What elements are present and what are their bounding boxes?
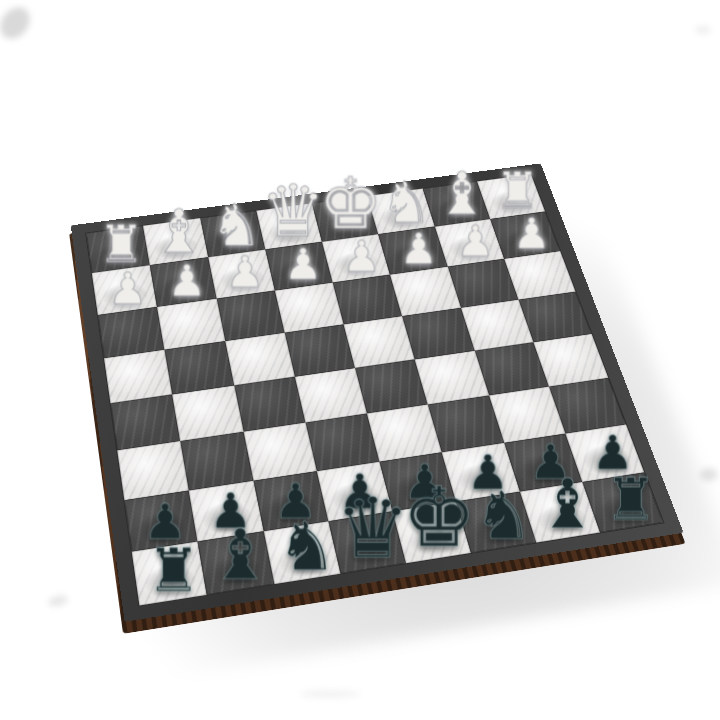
- white-pawn: ♟: [513, 214, 551, 254]
- white-pawn: ♟: [342, 237, 381, 278]
- white-knight: ♞: [381, 176, 432, 230]
- background-smudge: [47, 594, 69, 609]
- square-r2c7: [504, 251, 576, 300]
- white-pawn: ♟: [456, 221, 494, 262]
- white-pawn: ♟: [167, 260, 206, 301]
- chess-board: ♜♝♞♛♚♞♝♜♟♟♟♟♟♟♟♟♟♟♟♟♟♟♟♟♜♝♞♛♚♞♝♜: [71, 163, 684, 621]
- white-pawn: ♟: [226, 252, 265, 293]
- white-bishop: ♝: [152, 204, 206, 261]
- square-r5c0: [117, 441, 189, 500]
- black-rook: ♜: [146, 542, 200, 599]
- square-r1c7: ♟: [490, 212, 560, 259]
- square-r5c6: [489, 387, 565, 443]
- square-r5c1: [180, 432, 253, 490]
- square-r2c4: [333, 274, 403, 324]
- square-r3c7: [518, 291, 591, 342]
- white-pawn: ♟: [399, 229, 437, 270]
- square-r1c1: ♟: [150, 257, 216, 306]
- square-r4c3: [295, 368, 367, 423]
- square-r7c2: ♞: [263, 521, 340, 584]
- background-smudge: [300, 690, 360, 698]
- square-r4c2: [234, 377, 306, 432]
- white-knight: ♞: [211, 198, 263, 253]
- square-r7c1: ♝: [198, 531, 274, 595]
- square-r4c7: [533, 334, 608, 387]
- background-smudge: [700, 468, 718, 481]
- background-smudge: [695, 26, 711, 34]
- white-pawn: ♟: [284, 245, 323, 286]
- square-r3c1: [165, 341, 234, 394]
- square-r3c3: [284, 324, 355, 376]
- black-pawn: ♟: [529, 441, 572, 486]
- square-r2c1: [157, 298, 225, 349]
- square-r2c0: [98, 307, 165, 359]
- black-pawn: ♟: [339, 470, 382, 516]
- black-pawn: ♟: [274, 479, 317, 525]
- square-r2c3: [275, 282, 344, 332]
- black-knight: ♞: [277, 514, 337, 578]
- square-r7c0: ♜: [132, 541, 207, 605]
- black-pawn: ♟: [209, 489, 253, 535]
- black-pawn: ♟: [466, 450, 509, 495]
- white-rook: ♜: [495, 167, 540, 215]
- black-pawn: ♟: [403, 460, 446, 506]
- white-rook: ♜: [98, 220, 144, 269]
- white-bishop: ♝: [436, 167, 489, 223]
- square-r3c2: [225, 333, 295, 386]
- background-smudge: [0, 2, 36, 45]
- photo-scene: ♜♝♞♛♚♞♝♜♟♟♟♟♟♟♟♟♟♟♟♟♟♟♟♟♜♝♞♛♚♞♝♜: [0, 0, 720, 720]
- white-pawn: ♟: [108, 268, 147, 310]
- black-rook: ♜: [605, 472, 657, 527]
- square-r3c4: [344, 316, 415, 368]
- square-r5c5: [428, 396, 504, 452]
- black-pawn: ♟: [592, 431, 634, 476]
- black-pawn: ♟: [143, 499, 187, 545]
